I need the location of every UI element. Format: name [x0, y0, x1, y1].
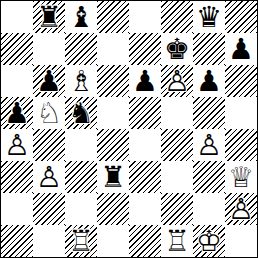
piece-black-pawn[interactable]: ♟ [225, 33, 257, 65]
square-a4[interactable]: ♟♙ [1, 129, 33, 161]
square-c4[interactable] [65, 129, 97, 161]
square-b7[interactable] [33, 33, 65, 65]
square-c6[interactable]: ♝♗ [65, 65, 97, 97]
square-b4[interactable] [33, 129, 65, 161]
piece-white-queen[interactable]: ♕ [225, 161, 257, 193]
square-e3[interactable] [129, 161, 161, 193]
square-h2[interactable]: ♟♙ [225, 193, 257, 225]
square-e8[interactable] [129, 1, 161, 33]
chess-board: ♜♜♝♝♛♛♚♚♟♟♟♟♝♗♟♟♟♙♟♟♟♟♞♘♞♞♟♙♟♙♟♙♜♜♛♕♟♙♜♖… [0, 0, 258, 258]
square-f2[interactable] [161, 193, 193, 225]
square-c3[interactable] [65, 161, 97, 193]
square-d5[interactable] [97, 97, 129, 129]
piece-white-rook[interactable]: ♖ [65, 225, 97, 257]
piece-black-bishop[interactable]: ♝ [65, 1, 97, 33]
piece-white-pawn[interactable]: ♙ [1, 129, 33, 161]
piece-black-rook[interactable]: ♜ [97, 161, 129, 193]
square-d4[interactable] [97, 129, 129, 161]
piece-white-rook[interactable]: ♖ [161, 225, 193, 257]
piece-black-knight[interactable]: ♞ [65, 97, 97, 129]
square-a7[interactable] [1, 33, 33, 65]
square-e5[interactable] [129, 97, 161, 129]
square-a1[interactable] [1, 225, 33, 257]
square-d7[interactable] [97, 33, 129, 65]
square-d8[interactable] [97, 1, 129, 33]
square-f4[interactable] [161, 129, 193, 161]
piece-white-pawn[interactable]: ♙ [225, 193, 257, 225]
square-f7[interactable]: ♚♚ [161, 33, 193, 65]
piece-black-pawn[interactable]: ♟ [33, 65, 65, 97]
square-c5[interactable]: ♞♞ [65, 97, 97, 129]
square-g2[interactable] [193, 193, 225, 225]
square-h1[interactable] [225, 225, 257, 257]
piece-white-bishop[interactable]: ♗ [65, 65, 97, 97]
square-b1[interactable] [33, 225, 65, 257]
square-h5[interactable] [225, 97, 257, 129]
square-g4[interactable]: ♟♙ [193, 129, 225, 161]
piece-white-knight[interactable]: ♘ [33, 97, 65, 129]
square-d2[interactable] [97, 193, 129, 225]
square-g3[interactable] [193, 161, 225, 193]
square-e4[interactable] [129, 129, 161, 161]
square-a6[interactable] [1, 65, 33, 97]
square-b2[interactable] [33, 193, 65, 225]
square-f8[interactable] [161, 1, 193, 33]
square-a2[interactable] [1, 193, 33, 225]
piece-black-pawn[interactable]: ♟ [1, 97, 33, 129]
piece-white-king[interactable]: ♔ [193, 225, 225, 257]
square-f5[interactable] [161, 97, 193, 129]
square-g1[interactable]: ♚♔ [193, 225, 225, 257]
square-f1[interactable]: ♜♖ [161, 225, 193, 257]
square-h3[interactable]: ♛♕ [225, 161, 257, 193]
square-d3[interactable]: ♜♜ [97, 161, 129, 193]
piece-black-queen[interactable]: ♛ [193, 1, 225, 33]
square-e2[interactable] [129, 193, 161, 225]
square-g5[interactable] [193, 97, 225, 129]
square-c2[interactable] [65, 193, 97, 225]
piece-white-pawn[interactable]: ♙ [33, 161, 65, 193]
piece-black-king[interactable]: ♚ [161, 33, 193, 65]
square-a3[interactable] [1, 161, 33, 193]
square-g7[interactable] [193, 33, 225, 65]
square-b6[interactable]: ♟♟ [33, 65, 65, 97]
square-f3[interactable] [161, 161, 193, 193]
piece-white-pawn[interactable]: ♙ [161, 65, 193, 97]
square-d1[interactable] [97, 225, 129, 257]
board-grid: ♜♜♝♝♛♛♚♚♟♟♟♟♝♗♟♟♟♙♟♟♟♟♞♘♞♞♟♙♟♙♟♙♜♜♛♕♟♙♜♖… [1, 1, 257, 257]
piece-black-rook[interactable]: ♜ [33, 1, 65, 33]
square-d6[interactable] [97, 65, 129, 97]
square-a8[interactable] [1, 1, 33, 33]
piece-white-pawn[interactable]: ♙ [193, 129, 225, 161]
square-a5[interactable]: ♟♟ [1, 97, 33, 129]
square-b5[interactable]: ♞♘ [33, 97, 65, 129]
square-b8[interactable]: ♜♜ [33, 1, 65, 33]
square-b3[interactable]: ♟♙ [33, 161, 65, 193]
square-e1[interactable] [129, 225, 161, 257]
square-h6[interactable] [225, 65, 257, 97]
square-e7[interactable] [129, 33, 161, 65]
square-c7[interactable] [65, 33, 97, 65]
piece-black-pawn[interactable]: ♟ [193, 65, 225, 97]
square-h8[interactable] [225, 1, 257, 33]
square-e6[interactable]: ♟♟ [129, 65, 161, 97]
square-g8[interactable]: ♛♛ [193, 1, 225, 33]
square-h7[interactable]: ♟♟ [225, 33, 257, 65]
piece-black-pawn[interactable]: ♟ [129, 65, 161, 97]
square-c1[interactable]: ♜♖ [65, 225, 97, 257]
square-c8[interactable]: ♝♝ [65, 1, 97, 33]
square-h4[interactable] [225, 129, 257, 161]
square-f6[interactable]: ♟♙ [161, 65, 193, 97]
square-g6[interactable]: ♟♟ [193, 65, 225, 97]
